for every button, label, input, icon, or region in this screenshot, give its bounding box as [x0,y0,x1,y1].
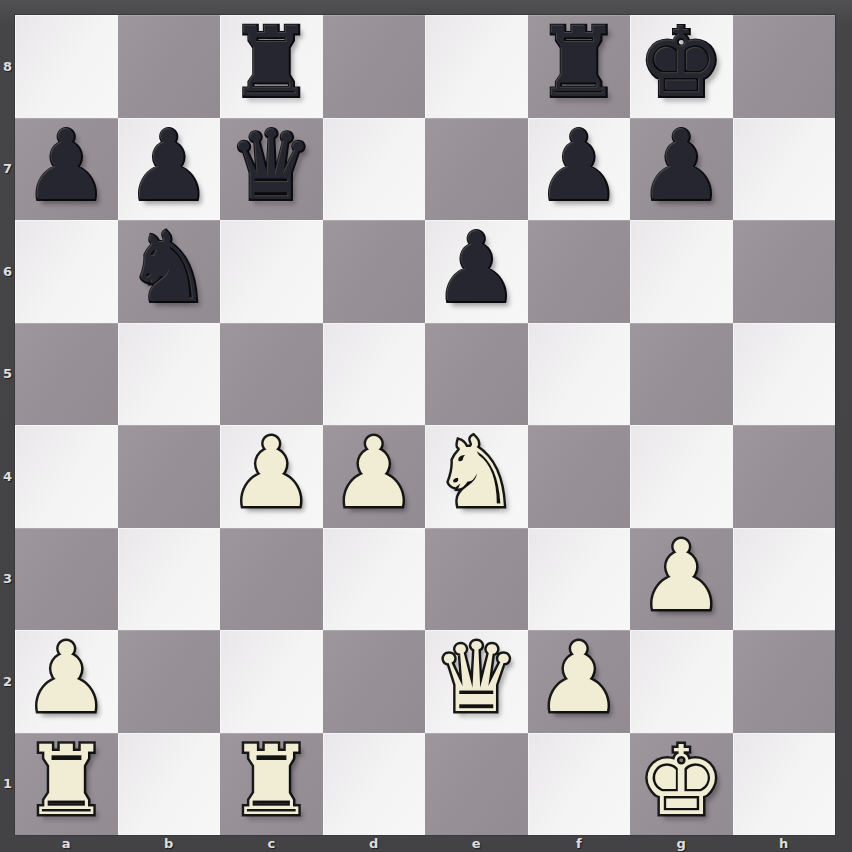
square-e7[interactable] [425,118,528,221]
file-labels: a b c d e f g h [15,835,835,852]
square-c4[interactable] [220,425,323,528]
square-f2[interactable] [528,630,631,733]
square-f7[interactable] [528,118,631,221]
square-g3[interactable] [630,528,733,631]
square-c3[interactable] [220,528,323,631]
square-d1[interactable] [323,733,426,836]
square-b1[interactable] [118,733,221,836]
square-f6[interactable] [528,220,631,323]
black-pawn[interactable] [630,118,733,221]
square-e1[interactable] [425,733,528,836]
rank-label-8: 8 [0,15,15,118]
square-g2[interactable] [630,630,733,733]
square-d2[interactable] [323,630,426,733]
file-label-e: e [425,835,528,852]
black-knight[interactable] [118,220,221,323]
square-h1[interactable] [733,733,836,836]
square-a6[interactable] [15,220,118,323]
square-h7[interactable] [733,118,836,221]
square-g1[interactable] [630,733,733,836]
rank-label-5: 5 [0,323,15,426]
square-g7[interactable] [630,118,733,221]
file-label-d: d [323,835,426,852]
square-c2[interactable] [220,630,323,733]
square-h5[interactable] [733,323,836,426]
square-c8[interactable] [220,15,323,118]
black-queen[interactable] [220,118,323,221]
square-h2[interactable] [733,630,836,733]
white-pawn[interactable] [528,630,631,733]
square-a3[interactable] [15,528,118,631]
square-c7[interactable] [220,118,323,221]
square-e5[interactable] [425,323,528,426]
square-e6[interactable] [425,220,528,323]
white-rook[interactable] [15,733,118,836]
square-e2[interactable] [425,630,528,733]
file-label-g: g [630,835,733,852]
square-g4[interactable] [630,425,733,528]
file-label-c: c [220,835,323,852]
black-pawn[interactable] [15,118,118,221]
black-rook[interactable] [220,15,323,118]
square-f8[interactable] [528,15,631,118]
square-f3[interactable] [528,528,631,631]
square-b4[interactable] [118,425,221,528]
square-d6[interactable] [323,220,426,323]
rank-label-3: 3 [0,528,15,631]
square-b8[interactable] [118,15,221,118]
white-pawn[interactable] [220,425,323,528]
file-label-f: f [528,835,631,852]
square-b6[interactable] [118,220,221,323]
square-h8[interactable] [733,15,836,118]
square-d4[interactable] [323,425,426,528]
white-rook[interactable] [220,733,323,836]
rank-label-4: 4 [0,425,15,528]
square-b7[interactable] [118,118,221,221]
square-g8[interactable] [630,15,733,118]
black-king[interactable] [630,15,733,118]
square-b3[interactable] [118,528,221,631]
white-pawn[interactable] [323,425,426,528]
white-pawn[interactable] [630,528,733,631]
square-c1[interactable] [220,733,323,836]
square-c6[interactable] [220,220,323,323]
white-queen[interactable] [425,630,528,733]
chess-board [15,15,835,835]
square-f1[interactable] [528,733,631,836]
white-king[interactable] [630,733,733,836]
file-label-a: a [15,835,118,852]
square-f5[interactable] [528,323,631,426]
rank-label-1: 1 [0,733,15,836]
square-a1[interactable] [15,733,118,836]
white-pawn[interactable] [15,630,118,733]
square-h3[interactable] [733,528,836,631]
square-h6[interactable] [733,220,836,323]
square-e8[interactable] [425,15,528,118]
black-pawn[interactable] [425,220,528,323]
square-a4[interactable] [15,425,118,528]
square-a2[interactable] [15,630,118,733]
black-pawn[interactable] [118,118,221,221]
black-pawn[interactable] [528,118,631,221]
square-e3[interactable] [425,528,528,631]
square-c5[interactable] [220,323,323,426]
square-a5[interactable] [15,323,118,426]
square-d8[interactable] [323,15,426,118]
white-knight[interactable] [425,425,528,528]
square-d5[interactable] [323,323,426,426]
file-label-h: h [733,835,836,852]
square-b2[interactable] [118,630,221,733]
square-a8[interactable] [15,15,118,118]
rank-label-6: 6 [0,220,15,323]
black-rook[interactable] [528,15,631,118]
square-d7[interactable] [323,118,426,221]
chess-board-frame: 8 7 6 5 4 3 2 1 a b c d e f g h [0,0,852,852]
rank-label-2: 2 [0,630,15,733]
rank-label-7: 7 [0,118,15,221]
square-a7[interactable] [15,118,118,221]
square-b5[interactable] [118,323,221,426]
square-g6[interactable] [630,220,733,323]
square-d3[interactable] [323,528,426,631]
square-g5[interactable] [630,323,733,426]
square-e4[interactable] [425,425,528,528]
square-f4[interactable] [528,425,631,528]
file-label-b: b [118,835,221,852]
rank-labels: 8 7 6 5 4 3 2 1 [0,15,15,835]
square-h4[interactable] [733,425,836,528]
